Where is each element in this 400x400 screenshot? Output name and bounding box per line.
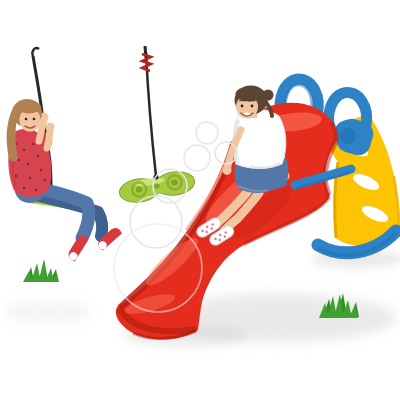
- swing-girl-shadow: [4, 301, 92, 323]
- slider-white-tee: [233, 109, 286, 168]
- slider-near-hand: [223, 165, 232, 175]
- slider-brow: [249, 101, 255, 102]
- girl-fringe: [17, 101, 41, 114]
- slider-fringe: [236, 87, 263, 102]
- girl-eye: [33, 118, 36, 121]
- slider-eye: [241, 105, 244, 108]
- girl-hand-on-rope: [46, 123, 55, 132]
- product-photo-slide-and-swing: [0, 0, 400, 400]
- right-handle-hub-shade: [340, 128, 356, 144]
- photo-canvas: [0, 0, 400, 400]
- girl-eye: [25, 118, 28, 121]
- slider-brow: [239, 101, 245, 102]
- slider-eye: [251, 105, 254, 108]
- slider-hair-bun: [263, 90, 274, 101]
